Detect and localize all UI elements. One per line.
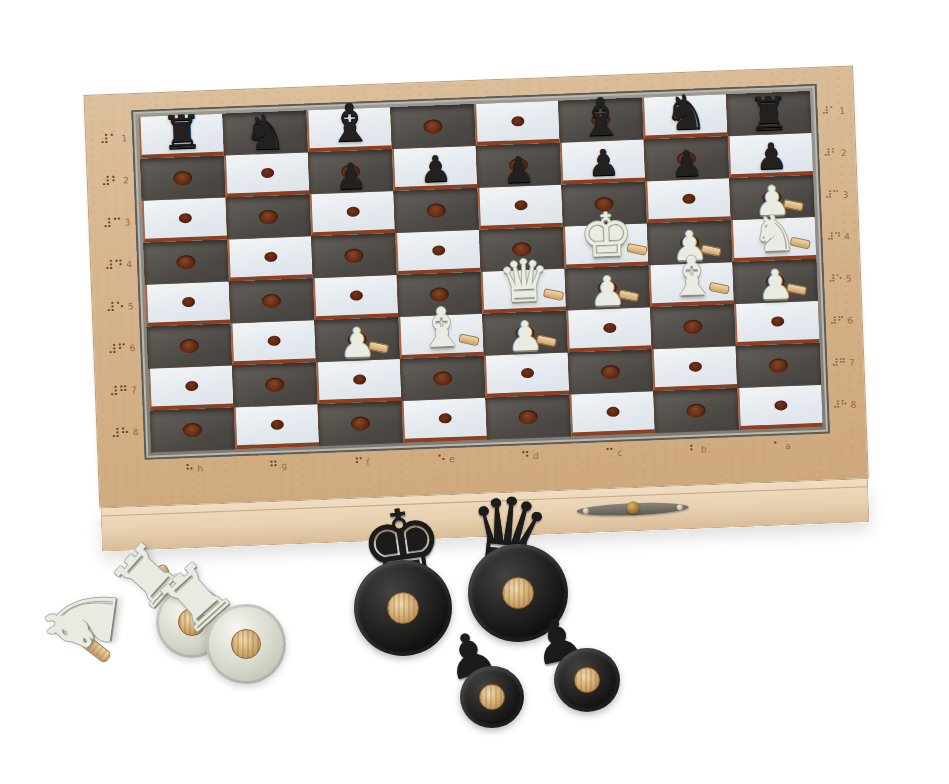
black-pawn[interactable]: ♟ <box>502 152 536 189</box>
coordinate-char: 7 <box>849 358 855 367</box>
square-f8[interactable] <box>318 401 404 446</box>
black-rook[interactable]: ♜ <box>747 90 790 138</box>
coordinate-char: 6 <box>847 316 853 325</box>
braille-cell: ⠼⠋ <box>830 316 845 327</box>
square-b3[interactable] <box>645 178 731 223</box>
square-e3[interactable] <box>393 188 479 233</box>
black-rook[interactable]: ♜ <box>161 108 204 156</box>
square-b6[interactable] <box>650 304 736 349</box>
square-a2[interactable]: ♟ <box>728 133 814 178</box>
braille-cell: ⠼⠉ <box>825 190 840 201</box>
wooden-base-peg <box>574 667 600 693</box>
peg-hole <box>183 423 203 438</box>
wooden-base-peg <box>231 629 261 659</box>
square-d3[interactable] <box>477 185 563 230</box>
wooden-base-peg <box>502 577 534 609</box>
wooden-peg <box>368 341 389 354</box>
braille-cell: ⠼⠑ <box>828 274 843 285</box>
square-g6[interactable] <box>230 320 316 365</box>
peg-hole <box>426 203 446 218</box>
square-b8[interactable] <box>653 388 739 433</box>
square-b2[interactable]: ♟ <box>644 136 730 181</box>
coordinate-char: 3 <box>125 218 131 227</box>
playing-field-border: ♜♞♝♝♞♜♟♟♟♟♟♟♟♚♟♞♛♟♝♟♟♝♟ <box>131 84 830 460</box>
square-b5[interactable]: ♝ <box>648 262 734 307</box>
braille-cell: ⠼⠁ <box>822 106 837 117</box>
braille-chess-set-photo: ⠼⠁1⠼⠃2⠼⠉3⠼⠙4⠼⠑5⠼⠋6⠼⠛7⠼⠓8 ♜♞♝♝♞♜♟♟♟♟♟♟♟♚♟… <box>0 0 949 784</box>
peg-hole <box>344 248 364 263</box>
peg-hole <box>771 316 784 326</box>
loose-black-pieces-group: ♚♛♟♟ <box>352 486 662 766</box>
square-c4[interactable]: ♚ <box>563 223 649 268</box>
white-queen[interactable]: ♛ <box>497 251 551 311</box>
black-pawn[interactable]: ♟ <box>755 138 789 175</box>
peg-hole <box>521 368 534 378</box>
coordinate-char: 2 <box>841 148 847 157</box>
square-a4[interactable]: ♞ <box>731 217 817 262</box>
black-bishop[interactable]: ♝ <box>325 96 374 150</box>
peg-hole <box>439 413 452 423</box>
braille-cell: ⠁ <box>772 440 782 453</box>
braille-cell: ⠉ <box>605 447 615 460</box>
black-knight[interactable]: ♞ <box>243 107 288 157</box>
file-label-f: ⠋f <box>320 455 404 471</box>
loose-black-pawn[interactable]: ♟ <box>444 626 496 684</box>
square-c1[interactable]: ♝ <box>558 98 644 143</box>
coordinate-char: b <box>701 445 707 454</box>
white-king[interactable]: ♚ <box>578 204 634 266</box>
rank-label-right-2: ⠼⠃2 <box>819 131 859 174</box>
loose-black-pawn[interactable]: ♟ <box>532 612 584 670</box>
braille-cell: ⠼⠛ <box>831 358 846 369</box>
black-pawn[interactable]: ♟ <box>334 158 368 195</box>
square-e8[interactable] <box>401 398 487 443</box>
rank-label-right-4: ⠼⠙4 <box>822 215 862 258</box>
wooden-peg <box>618 289 639 302</box>
wooden-base-peg <box>479 684 505 710</box>
rank-label-7: ⠼⠛7 <box>95 369 143 413</box>
coordinate-char: 7 <box>131 386 137 395</box>
rank-label-4: ⠼⠙4 <box>90 243 138 287</box>
loose-white-rook[interactable]: ♜ <box>162 560 230 636</box>
black-knight[interactable]: ♞ <box>663 87 708 137</box>
square-h7[interactable] <box>148 365 234 410</box>
peg-hole <box>686 403 706 418</box>
rank-label-right-7: ⠼⠛7 <box>827 341 867 384</box>
peg-hole <box>262 294 282 309</box>
square-h5[interactable] <box>145 282 231 327</box>
braille-cell: ⠼⠁ <box>99 132 119 146</box>
coordinate-char: 4 <box>844 232 850 241</box>
peg-hole <box>432 245 445 255</box>
peg-hole <box>682 194 695 204</box>
piece-base <box>206 604 286 684</box>
braille-cell: ⠛ <box>269 460 279 473</box>
peg-hole <box>173 171 193 186</box>
square-f6[interactable]: ♟ <box>314 317 400 362</box>
peg-hole <box>265 377 285 392</box>
wooden-peg <box>709 282 730 295</box>
peg-hole <box>259 210 279 225</box>
rank-label-8: ⠼⠓8 <box>97 411 145 455</box>
braille-cell: ⠼⠑ <box>106 300 126 314</box>
square-f1[interactable]: ♝ <box>306 107 392 152</box>
braille-cell: ⠼⠓ <box>833 400 848 411</box>
wooden-peg <box>459 333 480 346</box>
file-label-h: ⠓h <box>152 461 236 477</box>
square-g7[interactable] <box>232 362 318 407</box>
coordinate-char: f <box>366 458 370 467</box>
peg-hole <box>603 323 616 333</box>
black-pawn[interactable]: ♟ <box>419 151 453 188</box>
square-g1[interactable]: ♞ <box>222 110 308 155</box>
square-g3[interactable] <box>226 194 312 239</box>
chess-board-grid: ♜♞♝♝♞♜♟♟♟♟♟♟♟♚♟♞♛♟♝♟♟♝♟ <box>138 91 822 453</box>
peg-hole <box>518 410 538 425</box>
square-a8[interactable] <box>737 385 823 430</box>
peg-hole <box>606 407 619 417</box>
square-b7[interactable] <box>652 346 738 391</box>
peg-hole <box>261 168 274 178</box>
braille-cell: ⠼⠉ <box>102 216 122 230</box>
rank-label-right-3: ⠼⠉3 <box>820 173 860 216</box>
peg-hole <box>350 290 363 300</box>
wooden-peg <box>786 283 807 296</box>
coordinate-char: 5 <box>846 274 852 283</box>
square-g4[interactable] <box>227 236 313 281</box>
peg-hole <box>769 358 789 373</box>
braille-cell: ⠼⠓ <box>110 426 130 440</box>
peg-hole <box>185 381 198 391</box>
braille-cell: ⠃ <box>688 444 698 457</box>
square-f3[interactable] <box>309 191 395 236</box>
braille-cell: ⠼⠃ <box>823 148 838 159</box>
coordinate-char: a <box>785 442 791 451</box>
square-d8[interactable] <box>485 395 571 440</box>
white-knight[interactable]: ♞ <box>751 208 798 260</box>
braille-cell: ⠋ <box>354 456 364 469</box>
peg-hole <box>179 339 199 354</box>
rank-label-3: ⠼⠉3 <box>89 201 137 245</box>
square-e2[interactable]: ♟ <box>392 146 478 191</box>
square-c2[interactable]: ♟ <box>560 139 646 184</box>
white-pawn[interactable]: ♟ <box>506 316 543 357</box>
braille-cell: ⠼⠙ <box>104 258 124 272</box>
peg-hole <box>353 374 366 384</box>
square-a6[interactable] <box>734 301 820 346</box>
coordinate-char: h <box>197 465 203 474</box>
rank-label-6: ⠼⠋6 <box>93 327 141 371</box>
file-label-d: ⠙d <box>488 448 572 464</box>
peg-hole <box>264 252 277 262</box>
peg-hole <box>433 371 453 386</box>
loose-black-queen[interactable]: ♛ <box>466 486 550 580</box>
screw-icon <box>677 504 683 510</box>
wooden-peg <box>543 288 564 301</box>
square-a5[interactable]: ♟ <box>732 259 818 304</box>
peg-hole <box>179 213 192 223</box>
piece-base <box>554 648 620 712</box>
piece-base <box>354 560 452 656</box>
peg-hole <box>176 255 196 270</box>
rank-label-1: ⠼⠁1 <box>85 117 133 161</box>
white-bishop[interactable]: ♝ <box>667 249 717 305</box>
coordinate-char: c <box>617 449 622 458</box>
coordinate-char: 4 <box>126 260 132 269</box>
braille-cell: ⠙ <box>520 450 530 463</box>
square-g5[interactable] <box>229 278 315 323</box>
file-label-g: ⠛g <box>236 458 320 474</box>
wooden-peg <box>536 334 557 347</box>
peg-hole <box>683 319 703 334</box>
coordinate-char: g <box>281 461 287 470</box>
coordinate-char: 8 <box>133 428 139 437</box>
braille-cell: ⠼⠙ <box>826 232 841 243</box>
coordinate-char: 3 <box>842 190 848 199</box>
peg-hole <box>423 119 443 134</box>
braille-cell: ⠓ <box>185 463 195 476</box>
peg-hole <box>601 365 621 380</box>
peg-hole <box>267 336 280 346</box>
square-f2[interactable]: ♟ <box>308 149 394 194</box>
coordinate-char: 2 <box>123 176 129 185</box>
square-h3[interactable] <box>142 198 228 243</box>
square-e4[interactable] <box>395 230 481 275</box>
square-g8[interactable] <box>234 404 320 449</box>
braille-cell: ⠼⠃ <box>101 174 121 188</box>
square-d5[interactable]: ♛ <box>481 269 567 314</box>
file-label-a: ⠁a <box>739 439 823 455</box>
square-d2[interactable]: ♟ <box>476 143 562 188</box>
coordinate-char: 8 <box>850 400 856 409</box>
loose-black-king[interactable]: ♚ <box>360 498 444 592</box>
white-pawn[interactable]: ♟ <box>339 322 376 363</box>
rank-label-right-6: ⠼⠋6 <box>825 299 865 342</box>
loose-white-knight[interactable]: ♞ <box>40 574 122 666</box>
loose-white-pieces-group: ♞♜♜ <box>40 540 300 740</box>
file-label-b: ⠃b <box>655 442 739 458</box>
braille-cell: ⠼⠛ <box>109 384 129 398</box>
rank-label-right-8: ⠼⠓8 <box>828 383 868 426</box>
square-h8[interactable] <box>150 407 236 452</box>
white-pawn[interactable]: ♟ <box>757 264 794 305</box>
coordinate-char: 1 <box>121 134 127 143</box>
square-e7[interactable] <box>400 356 486 401</box>
coordinate-char: 1 <box>839 106 845 115</box>
peg-hole <box>351 416 371 431</box>
square-d6[interactable]: ♟ <box>482 311 568 356</box>
piece-base <box>460 666 524 728</box>
wooden-peg <box>789 237 810 250</box>
file-label-e: ⠑e <box>404 452 488 468</box>
rank-label-right-5: ⠼⠑5 <box>823 257 863 300</box>
square-a1[interactable]: ♜ <box>726 91 812 136</box>
braille-cell: ⠼⠋ <box>107 342 127 356</box>
coordinate-char: e <box>449 455 455 464</box>
square-f7[interactable] <box>316 359 402 404</box>
braille-cell: ⠑ <box>436 453 446 466</box>
square-h6[interactable] <box>146 323 232 368</box>
peg-hole <box>689 361 702 371</box>
square-d1[interactable] <box>474 101 560 146</box>
white-bishop[interactable]: ♝ <box>417 300 467 356</box>
black-pawn[interactable]: ♟ <box>587 144 621 181</box>
square-e6[interactable]: ♝ <box>398 314 484 359</box>
peg-hole <box>271 420 284 430</box>
peg-hole <box>514 200 527 210</box>
square-c7[interactable] <box>568 349 654 394</box>
wooden-peg <box>626 243 647 256</box>
square-f4[interactable] <box>311 233 397 278</box>
square-b1[interactable]: ♞ <box>642 94 728 139</box>
square-e1[interactable] <box>390 104 476 149</box>
peg-hole <box>774 400 787 410</box>
square-h2[interactable] <box>140 156 226 201</box>
coordinate-char: 6 <box>129 344 135 353</box>
file-label-c: ⠉c <box>571 445 655 461</box>
peg-hole <box>347 206 360 216</box>
rank-label-2: ⠼⠃2 <box>87 159 135 203</box>
square-c8[interactable] <box>569 391 655 436</box>
wooden-base-peg <box>387 592 419 624</box>
board-top-surface: ⠼⠁1⠼⠃2⠼⠉3⠼⠙4⠼⠑5⠼⠋6⠼⠛7⠼⠓8 ♜♞♝♝♞♜♟♟♟♟♟♟♟♚♟… <box>84 65 869 507</box>
coordinate-char: 5 <box>128 302 134 311</box>
rank-label-5: ⠼⠑5 <box>92 285 140 329</box>
white-pawn[interactable]: ♟ <box>589 270 626 311</box>
square-d7[interactable] <box>484 353 570 398</box>
square-h4[interactable] <box>143 240 229 285</box>
square-f5[interactable] <box>313 275 399 320</box>
peg-hole <box>182 297 195 307</box>
peg-hole <box>511 116 524 126</box>
square-c5[interactable]: ♟ <box>565 265 651 310</box>
rank-label-right-1: ⠼⠁1 <box>817 89 857 132</box>
black-pawn[interactable]: ♟ <box>670 145 704 182</box>
square-h1[interactable]: ♜ <box>138 114 224 159</box>
coordinate-char: d <box>533 452 539 461</box>
square-c6[interactable] <box>566 307 652 352</box>
square-a7[interactable] <box>736 343 822 388</box>
black-bishop[interactable]: ♝ <box>576 90 625 144</box>
